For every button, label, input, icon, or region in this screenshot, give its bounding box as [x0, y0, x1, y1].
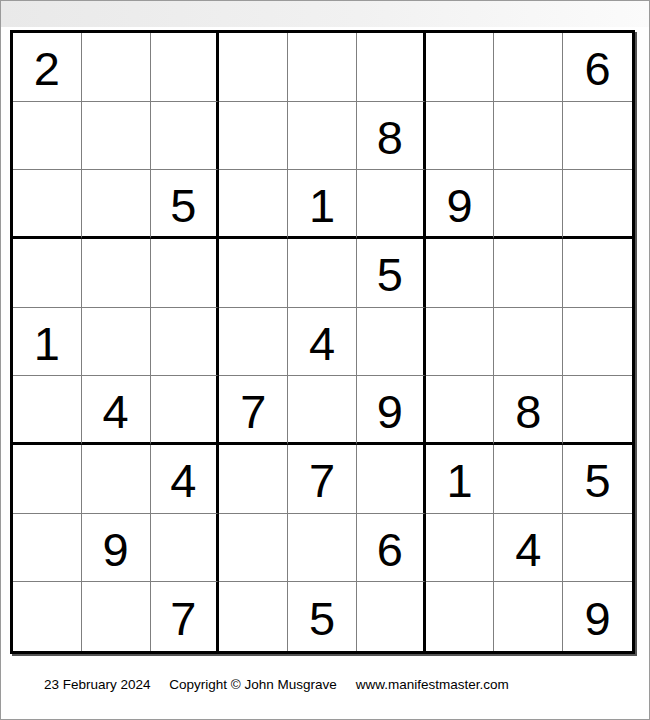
cell-r7c8 — [494, 445, 563, 514]
cell-r6c9 — [563, 376, 632, 445]
footer: 23 February 2024 Copyright © John Musgra… — [44, 677, 509, 692]
cell-r5c2 — [82, 308, 151, 377]
cell-r3c4 — [219, 170, 288, 239]
puzzle-page: 26851951447984715964759 23 February 2024… — [0, 0, 650, 720]
cell-r3c6 — [357, 170, 426, 239]
cell-r6c8: 8 — [494, 376, 563, 445]
cell-r5c8 — [494, 308, 563, 377]
cell-r6c6: 9 — [357, 376, 426, 445]
cell-r1c3 — [151, 33, 220, 102]
cell-r8c9 — [563, 514, 632, 583]
cell-r4c3 — [151, 239, 220, 308]
cell-r8c5 — [288, 514, 357, 583]
cell-r6c1 — [13, 376, 82, 445]
cell-r5c5: 4 — [288, 308, 357, 377]
cell-r8c1 — [13, 514, 82, 583]
top-gradient-bar — [1, 1, 649, 27]
cell-r3c3: 5 — [151, 170, 220, 239]
cell-r3c9 — [563, 170, 632, 239]
cell-r9c4 — [219, 582, 288, 651]
cell-r7c1 — [13, 445, 82, 514]
cell-r9c9: 9 — [563, 582, 632, 651]
cell-r5c6 — [357, 308, 426, 377]
cell-r9c1 — [13, 582, 82, 651]
sudoku-board: 26851951447984715964759 — [10, 30, 635, 654]
cell-r9c8 — [494, 582, 563, 651]
cell-r5c7 — [426, 308, 495, 377]
cell-r7c6 — [357, 445, 426, 514]
cell-r2c1 — [13, 102, 82, 171]
cell-r1c2 — [82, 33, 151, 102]
cell-r2c7 — [426, 102, 495, 171]
cell-r7c2 — [82, 445, 151, 514]
cell-r9c6 — [357, 582, 426, 651]
cell-r9c5: 5 — [288, 582, 357, 651]
cell-r2c5 — [288, 102, 357, 171]
cell-r4c2 — [82, 239, 151, 308]
cell-r4c5 — [288, 239, 357, 308]
cell-r8c4 — [219, 514, 288, 583]
cell-r7c9: 5 — [563, 445, 632, 514]
cell-r4c1 — [13, 239, 82, 308]
cell-r1c5 — [288, 33, 357, 102]
cell-r2c6: 8 — [357, 102, 426, 171]
cell-r9c7 — [426, 582, 495, 651]
cell-r7c7: 1 — [426, 445, 495, 514]
footer-website: www.manifestmaster.com — [356, 677, 509, 692]
cell-r3c2 — [82, 170, 151, 239]
cell-r1c9: 6 — [563, 33, 632, 102]
cell-r1c6 — [357, 33, 426, 102]
cell-r5c1: 1 — [13, 308, 82, 377]
cell-r1c7 — [426, 33, 495, 102]
cell-r7c5: 7 — [288, 445, 357, 514]
cell-r4c7 — [426, 239, 495, 308]
cell-r2c9 — [563, 102, 632, 171]
cell-r8c8: 4 — [494, 514, 563, 583]
cell-r9c2 — [82, 582, 151, 651]
cell-r3c7: 9 — [426, 170, 495, 239]
cell-r1c1: 2 — [13, 33, 82, 102]
cell-r8c7 — [426, 514, 495, 583]
cell-r8c2: 9 — [82, 514, 151, 583]
cell-r5c9 — [563, 308, 632, 377]
cell-r6c7 — [426, 376, 495, 445]
cell-r4c9 — [563, 239, 632, 308]
cell-r2c2 — [82, 102, 151, 171]
cell-r2c3 — [151, 102, 220, 171]
cell-r3c1 — [13, 170, 82, 239]
cell-r1c8 — [494, 33, 563, 102]
cell-r4c4 — [219, 239, 288, 308]
cell-r4c6: 5 — [357, 239, 426, 308]
cell-r7c3: 4 — [151, 445, 220, 514]
cell-r3c8 — [494, 170, 563, 239]
cell-r3c5: 1 — [288, 170, 357, 239]
cell-r8c6: 6 — [357, 514, 426, 583]
cell-r2c4 — [219, 102, 288, 171]
cell-r6c5 — [288, 376, 357, 445]
cell-r2c8 — [494, 102, 563, 171]
cell-r7c4 — [219, 445, 288, 514]
cell-r9c3: 7 — [151, 582, 220, 651]
cell-r6c4: 7 — [219, 376, 288, 445]
cell-r5c3 — [151, 308, 220, 377]
cell-r8c3 — [151, 514, 220, 583]
footer-date: 23 February 2024 — [44, 677, 151, 692]
cell-r6c3 — [151, 376, 220, 445]
footer-copyright: Copyright © John Musgrave — [169, 677, 337, 692]
cell-r1c4 — [219, 33, 288, 102]
cell-r6c2: 4 — [82, 376, 151, 445]
cell-r5c4 — [219, 308, 288, 377]
cell-r4c8 — [494, 239, 563, 308]
